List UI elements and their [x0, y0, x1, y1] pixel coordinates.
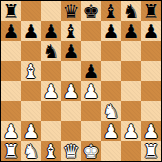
square-g1[interactable] [121, 141, 141, 161]
square-d4[interactable]: ♟ [61, 81, 81, 101]
piece-white-pawn[interactable]: ♟ [42, 81, 59, 101]
square-a8[interactable]: ♜ [1, 1, 21, 21]
square-d3[interactable] [61, 101, 81, 121]
square-e4[interactable]: ♟ [81, 81, 101, 101]
square-d5[interactable] [61, 61, 81, 81]
square-d2[interactable] [61, 121, 81, 141]
square-d8[interactable]: ♛ [61, 1, 81, 21]
square-b2[interactable]: ♟ [21, 121, 41, 141]
square-h2[interactable]: ♟ [141, 121, 161, 141]
square-g5[interactable] [121, 61, 141, 81]
chess-board: ♜♛♚♝♞♜♟♟♟♝♟♟♟♞♟♝♟♟♟♟♞♟♟♟♟♟♜♞♝♛♚♜ [0, 0, 162, 162]
piece-black-king[interactable]: ♚ [82, 1, 99, 21]
square-f6[interactable] [101, 41, 121, 61]
square-b8[interactable] [21, 1, 41, 21]
square-f4[interactable] [101, 81, 121, 101]
square-h5[interactable] [141, 61, 161, 81]
piece-white-pawn[interactable]: ♟ [82, 81, 99, 101]
square-c2[interactable] [41, 121, 61, 141]
square-g8[interactable]: ♞ [121, 1, 141, 21]
square-d1[interactable]: ♛ [61, 141, 81, 161]
square-h8[interactable]: ♜ [141, 1, 161, 21]
square-e1[interactable]: ♚ [81, 141, 101, 161]
square-f2[interactable]: ♟ [101, 121, 121, 141]
square-a5[interactable] [1, 61, 21, 81]
square-b4[interactable] [21, 81, 41, 101]
square-g4[interactable] [121, 81, 141, 101]
piece-white-pawn[interactable]: ♟ [122, 121, 139, 141]
piece-white-pawn[interactable]: ♟ [22, 121, 39, 141]
square-e5[interactable]: ♟ [81, 61, 101, 81]
piece-white-king[interactable]: ♚ [82, 141, 99, 161]
piece-white-rook[interactable]: ♜ [2, 141, 19, 161]
piece-black-rook[interactable]: ♜ [2, 1, 19, 21]
square-e8[interactable]: ♚ [81, 1, 101, 21]
square-c3[interactable] [41, 101, 61, 121]
square-a7[interactable]: ♟ [1, 21, 21, 41]
square-e6[interactable] [81, 41, 101, 61]
piece-black-knight[interactable]: ♞ [122, 1, 139, 21]
piece-black-pawn[interactable]: ♟ [62, 41, 79, 61]
square-c7[interactable]: ♟ [41, 21, 61, 41]
square-e2[interactable] [81, 121, 101, 141]
square-a2[interactable]: ♟ [1, 121, 21, 141]
piece-black-bishop[interactable]: ♝ [62, 21, 79, 41]
piece-white-pawn[interactable]: ♟ [62, 81, 79, 101]
square-g2[interactable]: ♟ [121, 121, 141, 141]
square-h6[interactable] [141, 41, 161, 61]
square-b6[interactable] [21, 41, 41, 61]
square-a6[interactable] [1, 41, 21, 61]
square-f5[interactable] [101, 61, 121, 81]
piece-black-bishop[interactable]: ♝ [102, 1, 119, 21]
square-a3[interactable] [1, 101, 21, 121]
square-g7[interactable]: ♟ [121, 21, 141, 41]
square-h7[interactable]: ♟ [141, 21, 161, 41]
square-e3[interactable] [81, 101, 101, 121]
square-g3[interactable] [121, 101, 141, 121]
piece-white-bishop[interactable]: ♝ [22, 61, 39, 81]
piece-black-knight[interactable]: ♞ [42, 41, 59, 61]
piece-black-pawn[interactable]: ♟ [22, 21, 39, 41]
square-f1[interactable] [101, 141, 121, 161]
piece-white-pawn[interactable]: ♟ [102, 121, 119, 141]
square-f7[interactable]: ♟ [101, 21, 121, 41]
piece-white-rook[interactable]: ♜ [142, 141, 159, 161]
square-d6[interactable]: ♟ [61, 41, 81, 61]
piece-white-knight[interactable]: ♞ [22, 141, 39, 161]
square-a1[interactable]: ♜ [1, 141, 21, 161]
piece-black-rook[interactable]: ♜ [142, 1, 159, 21]
piece-black-pawn[interactable]: ♟ [42, 21, 59, 41]
square-c1[interactable]: ♝ [41, 141, 61, 161]
square-g6[interactable] [121, 41, 141, 61]
piece-white-pawn[interactable]: ♟ [2, 121, 19, 141]
piece-black-pawn[interactable]: ♟ [102, 21, 119, 41]
piece-white-knight[interactable]: ♞ [102, 101, 119, 121]
piece-black-pawn[interactable]: ♟ [122, 21, 139, 41]
square-c8[interactable] [41, 1, 61, 21]
square-e7[interactable] [81, 21, 101, 41]
square-b7[interactable]: ♟ [21, 21, 41, 41]
square-b5[interactable]: ♝ [21, 61, 41, 81]
square-c4[interactable]: ♟ [41, 81, 61, 101]
square-c5[interactable] [41, 61, 61, 81]
square-h1[interactable]: ♜ [141, 141, 161, 161]
piece-black-pawn[interactable]: ♟ [82, 61, 99, 81]
piece-black-pawn[interactable]: ♟ [142, 21, 159, 41]
chess-board-window: ♜♛♚♝♞♜♟♟♟♝♟♟♟♞♟♝♟♟♟♟♞♟♟♟♟♟♜♞♝♛♚♜ [0, 0, 162, 162]
square-a4[interactable] [1, 81, 21, 101]
piece-white-bishop[interactable]: ♝ [42, 141, 59, 161]
square-h3[interactable] [141, 101, 161, 121]
square-f8[interactable]: ♝ [101, 1, 121, 21]
square-c6[interactable]: ♞ [41, 41, 61, 61]
piece-white-pawn[interactable]: ♟ [142, 121, 159, 141]
piece-black-pawn[interactable]: ♟ [2, 21, 19, 41]
square-f3[interactable]: ♞ [101, 101, 121, 121]
square-b1[interactable]: ♞ [21, 141, 41, 161]
square-h4[interactable] [141, 81, 161, 101]
piece-white-queen[interactable]: ♛ [62, 141, 79, 161]
square-b3[interactable] [21, 101, 41, 121]
piece-black-queen[interactable]: ♛ [62, 1, 79, 21]
square-d7[interactable]: ♝ [61, 21, 81, 41]
